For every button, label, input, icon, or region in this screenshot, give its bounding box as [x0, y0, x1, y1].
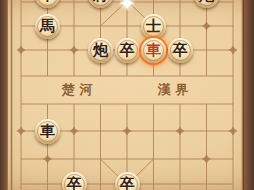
piece-glyph: 卒 — [120, 172, 135, 190]
piece-black-pawn[interactable]: 卒 — [115, 172, 140, 190]
piece-grid: 車將炮馬士炮卒車卒車卒卒 — [8, 0, 247, 190]
piece-red-chariot[interactable]: 車 — [141, 38, 166, 63]
piece-glyph: 炮 — [199, 0, 214, 8]
piece-glyph: 炮 — [93, 38, 108, 63]
xiangqi-board[interactable]: 楚河 漢界 車將炮馬士炮卒車卒車卒卒 — [0, 0, 254, 190]
piece-black-pawn[interactable]: 卒 — [115, 38, 140, 63]
piece-black-pawn[interactable]: 卒 — [168, 38, 193, 63]
table-edge-right — [243, 0, 254, 190]
piece-glyph: 車 — [40, 119, 55, 144]
piece-black-chariot[interactable]: 車 — [35, 119, 60, 144]
piece-black-horse[interactable]: 馬 — [35, 14, 60, 39]
piece-black-cannon[interactable]: 炮 — [88, 38, 113, 63]
piece-black-chariot[interactable]: 車 — [35, 0, 60, 8]
piece-glyph: 車 — [40, 0, 55, 8]
piece-glyph: 卒 — [67, 172, 82, 190]
piece-glyph: 馬 — [40, 14, 55, 39]
piece-glyph: 卒 — [120, 38, 135, 63]
piece-black-pawn[interactable]: 卒 — [62, 172, 87, 190]
piece-glyph: 卒 — [173, 38, 188, 63]
piece-glyph: 車 — [146, 38, 161, 63]
piece-glyph: 士 — [146, 14, 161, 39]
piece-black-cannon[interactable]: 炮 — [194, 0, 219, 8]
piece-glyph: 將 — [93, 0, 108, 8]
piece-black-advisor[interactable]: 士 — [141, 14, 166, 39]
xiangqi-app-screen: 楚河 漢界 車將炮馬士炮卒車卒車卒卒 — [0, 0, 254, 190]
piece-black-king[interactable]: 將 — [88, 0, 113, 8]
table-edge-left — [0, 0, 8, 190]
